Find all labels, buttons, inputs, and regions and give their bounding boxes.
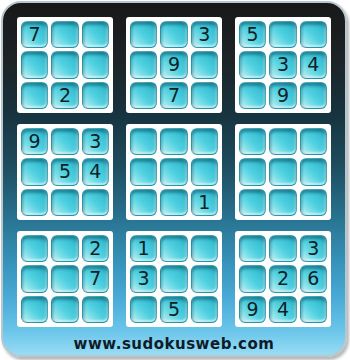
- given-digit: 4: [307, 55, 319, 74]
- cell-r6c6[interactable]: 1: [191, 189, 218, 216]
- cell-r1c5[interactable]: [160, 21, 187, 48]
- block-3-2: 135: [126, 231, 222, 327]
- cell-r4c1[interactable]: 9: [21, 128, 48, 155]
- cell-r2c7[interactable]: [239, 51, 266, 78]
- cell-r9c4[interactable]: [130, 296, 157, 323]
- cell-r8c7[interactable]: [239, 265, 266, 292]
- cell-r4c8[interactable]: [269, 128, 296, 155]
- cell-r9c6[interactable]: [191, 296, 218, 323]
- board-frame: 723975349935412713532694 www.sudokusweb.…: [1, 1, 347, 357]
- cell-r3c8[interactable]: 9: [269, 82, 296, 109]
- cell-r4c9[interactable]: [300, 128, 327, 155]
- cell-r5c9[interactable]: [300, 158, 327, 185]
- cell-r7c4[interactable]: 1: [130, 235, 157, 262]
- cell-r1c8[interactable]: [269, 21, 296, 48]
- block-1-2: 397: [126, 17, 222, 113]
- sudoku-board: 723975349935412713532694: [17, 17, 331, 327]
- cell-r5c4[interactable]: [130, 158, 157, 185]
- cell-r7c2[interactable]: [51, 235, 78, 262]
- cell-r6c7[interactable]: [239, 189, 266, 216]
- given-digit: 9: [277, 86, 289, 105]
- given-digit: 3: [138, 269, 150, 288]
- block-2-1: 9354: [17, 124, 113, 220]
- cell-r7c6[interactable]: [191, 235, 218, 262]
- cell-r1c4[interactable]: [130, 21, 157, 48]
- cell-r6c9[interactable]: [300, 189, 327, 216]
- cell-r5c5[interactable]: [160, 158, 187, 185]
- given-digit: 1: [138, 239, 150, 258]
- given-digit: 7: [29, 25, 41, 44]
- cell-r2c2[interactable]: [51, 51, 78, 78]
- cell-r8c5[interactable]: [160, 265, 187, 292]
- cell-r9c7[interactable]: 9: [239, 296, 266, 323]
- cell-r4c3[interactable]: 3: [82, 128, 109, 155]
- cell-r8c9[interactable]: 6: [300, 265, 327, 292]
- cell-r1c9[interactable]: [300, 21, 327, 48]
- cell-r2c1[interactable]: [21, 51, 48, 78]
- cell-r6c5[interactable]: [160, 189, 187, 216]
- cell-r9c2[interactable]: [51, 296, 78, 323]
- given-digit: 5: [59, 162, 71, 181]
- cell-r6c4[interactable]: [130, 189, 157, 216]
- block-1-1: 72: [17, 17, 113, 113]
- block-3-3: 32694: [235, 231, 331, 327]
- cell-r5c6[interactable]: [191, 158, 218, 185]
- block-3-1: 27: [17, 231, 113, 327]
- cell-r2c4[interactable]: [130, 51, 157, 78]
- block-2-3: [235, 124, 331, 220]
- cell-r5c3[interactable]: 4: [82, 158, 109, 185]
- given-digit: 3: [307, 239, 319, 258]
- cell-r3c7[interactable]: [239, 82, 266, 109]
- given-digit: 4: [277, 300, 289, 319]
- cell-r4c7[interactable]: [239, 128, 266, 155]
- cell-r1c3[interactable]: [82, 21, 109, 48]
- cell-r7c9[interactable]: 3: [300, 235, 327, 262]
- cell-r4c4[interactable]: [130, 128, 157, 155]
- cell-r3c5[interactable]: 7: [160, 82, 187, 109]
- given-digit: 3: [89, 132, 101, 151]
- cell-r4c5[interactable]: [160, 128, 187, 155]
- cell-r5c1[interactable]: [21, 158, 48, 185]
- cell-r3c6[interactable]: [191, 82, 218, 109]
- block-1-3: 5349: [235, 17, 331, 113]
- given-digit: 3: [198, 25, 210, 44]
- cell-r7c8[interactable]: [269, 235, 296, 262]
- cell-r2c6[interactable]: [191, 51, 218, 78]
- cell-r7c3[interactable]: 2: [82, 235, 109, 262]
- cell-r9c8[interactable]: 4: [269, 296, 296, 323]
- cell-r1c1[interactable]: 7: [21, 21, 48, 48]
- given-digit: 2: [59, 86, 71, 105]
- cell-r7c1[interactable]: [21, 235, 48, 262]
- cell-r6c1[interactable]: [21, 189, 48, 216]
- given-digit: 5: [247, 25, 259, 44]
- page: 723975349935412713532694 www.sudokusweb.…: [0, 0, 350, 360]
- cell-r4c2[interactable]: [51, 128, 78, 155]
- cell-r6c8[interactable]: [269, 189, 296, 216]
- cell-r8c6[interactable]: [191, 265, 218, 292]
- cell-r5c7[interactable]: [239, 158, 266, 185]
- cell-r3c3[interactable]: [82, 82, 109, 109]
- given-digit: 2: [89, 239, 101, 258]
- given-digit: 1: [198, 193, 210, 212]
- cell-r6c2[interactable]: [51, 189, 78, 216]
- cell-r2c8[interactable]: 3: [269, 51, 296, 78]
- cell-r1c2[interactable]: [51, 21, 78, 48]
- given-digit: 7: [168, 86, 180, 105]
- given-digit: 3: [277, 55, 289, 74]
- given-digit: 9: [29, 132, 41, 151]
- cell-r8c8[interactable]: 2: [269, 265, 296, 292]
- cell-r3c9[interactable]: [300, 82, 327, 109]
- cell-r2c9[interactable]: 4: [300, 51, 327, 78]
- cell-r1c6[interactable]: 3: [191, 21, 218, 48]
- cell-r9c1[interactable]: [21, 296, 48, 323]
- cell-r5c2[interactable]: 5: [51, 158, 78, 185]
- cell-r8c3[interactable]: 7: [82, 265, 109, 292]
- cell-r7c7[interactable]: [239, 235, 266, 262]
- given-digit: 2: [277, 269, 289, 288]
- cell-r8c2[interactable]: [51, 265, 78, 292]
- cell-r2c5[interactable]: 9: [160, 51, 187, 78]
- cell-r6c3[interactable]: [82, 189, 109, 216]
- cell-r5c8[interactable]: [269, 158, 296, 185]
- given-digit: 6: [307, 269, 319, 288]
- cell-r3c4[interactable]: [130, 82, 157, 109]
- cell-r9c3[interactable]: [82, 296, 109, 323]
- cell-r9c9[interactable]: [300, 296, 327, 323]
- given-digit: 9: [168, 55, 180, 74]
- given-digit: 4: [89, 162, 101, 181]
- cell-r8c1[interactable]: [21, 265, 48, 292]
- site-url[interactable]: www.sudokusweb.com: [74, 335, 275, 353]
- cell-r3c2[interactable]: 2: [51, 82, 78, 109]
- block-2-2: 1: [126, 124, 222, 220]
- cell-r3c1[interactable]: [21, 82, 48, 109]
- cell-r2c3[interactable]: [82, 51, 109, 78]
- cell-r1c7[interactable]: 5: [239, 21, 266, 48]
- cell-r9c5[interactable]: 5: [160, 296, 187, 323]
- given-digit: 9: [247, 300, 259, 319]
- cell-r7c5[interactable]: [160, 235, 187, 262]
- cell-r4c6[interactable]: [191, 128, 218, 155]
- given-digit: 7: [89, 269, 101, 288]
- cell-r8c4[interactable]: 3: [130, 265, 157, 292]
- site-footer: www.sudokusweb.com: [3, 332, 345, 356]
- given-digit: 5: [168, 300, 180, 319]
